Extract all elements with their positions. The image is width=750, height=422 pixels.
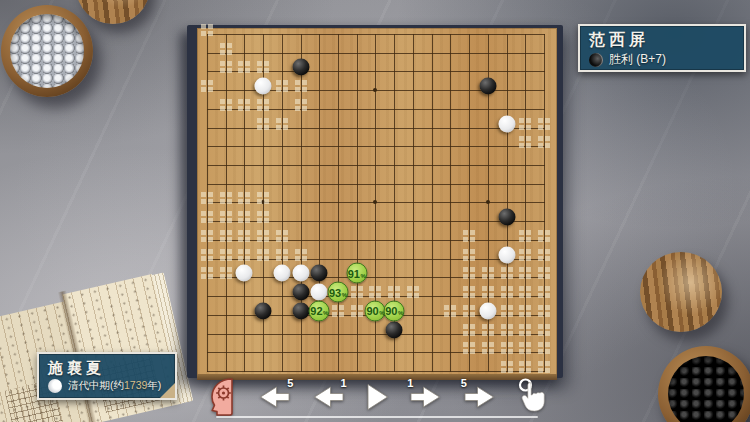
win-rate-badge[interactable]: 93%	[328, 282, 349, 303]
move-slider-track[interactable]	[216, 416, 538, 418]
expand-corner-icon[interactable]	[160, 383, 175, 398]
back-5-button[interactable]: 5	[257, 384, 291, 410]
ai-heat-mark	[482, 324, 487, 329]
ai-heat-mark	[220, 99, 225, 104]
ai-analysis-button[interactable]	[206, 377, 238, 417]
ai-heat-mark	[519, 249, 524, 254]
ai-heat-mark	[201, 24, 206, 29]
ai-heat-mark	[538, 324, 543, 329]
black-stone-icon	[589, 53, 603, 67]
ai-heat-mark	[238, 99, 243, 104]
ai-heat-mark	[201, 211, 206, 216]
ai-heat-mark	[220, 267, 225, 272]
step-count-label: 1	[341, 377, 347, 389]
ai-heat-mark	[332, 305, 337, 310]
ai-heat-mark	[519, 118, 524, 123]
arrow-right-icon	[409, 384, 443, 410]
white-stone-icon	[48, 379, 62, 393]
ai-heat-mark	[257, 99, 262, 104]
black-stone	[292, 284, 309, 301]
star-point	[261, 200, 265, 204]
star-point	[373, 200, 377, 204]
ai-heat-mark	[407, 286, 412, 291]
ai-heat-mark	[538, 286, 543, 291]
step-count-label: 1	[407, 377, 413, 389]
head-gear-icon	[206, 377, 238, 417]
ai-heat-mark	[351, 286, 356, 291]
black-stone	[311, 265, 328, 282]
ai-heat-mark	[463, 324, 468, 329]
ai-heat-mark	[220, 249, 225, 254]
player-name-white: 施襄夏	[48, 358, 166, 378]
ai-heat-mark	[519, 136, 524, 141]
white-stone	[311, 284, 328, 301]
ai-heat-mark	[257, 118, 262, 123]
ai-heat-mark	[538, 361, 543, 366]
play-button[interactable]	[364, 382, 390, 412]
ai-heat-mark	[482, 286, 487, 291]
step-count-label: 5	[287, 377, 293, 389]
ai-heat-mark	[220, 192, 225, 197]
white-stone	[255, 78, 272, 95]
win-rate-badge[interactable]: 90%	[384, 300, 405, 321]
ai-heat-mark	[519, 361, 524, 366]
black-stone	[498, 209, 515, 226]
step-count-label: 5	[461, 377, 467, 389]
tap-mode-button[interactable]	[516, 377, 546, 417]
black-stone	[386, 321, 403, 338]
black-stone	[255, 302, 272, 319]
ai-heat-mark	[295, 249, 300, 254]
ai-heat-mark	[501, 305, 506, 310]
ai-heat-mark	[538, 267, 543, 272]
ai-heat-mark	[220, 230, 225, 235]
ai-heat-mark	[257, 61, 262, 66]
player-name-black: 范西屏	[589, 30, 735, 50]
ai-heat-mark	[444, 305, 449, 310]
ai-heat-mark	[276, 249, 281, 254]
ai-heat-mark	[482, 342, 487, 347]
player-plate-white[interactable]: 施襄夏 清代中期(约1739年)	[37, 352, 177, 400]
go-board[interactable]: 91%93%92%90%90%	[197, 28, 557, 375]
era-text: 清代中期(约1739年)	[68, 379, 161, 393]
ai-heat-mark	[538, 118, 543, 123]
ai-heat-mark	[519, 342, 524, 347]
white-stone-bowl	[1, 5, 93, 97]
ai-heat-mark	[538, 249, 543, 254]
ai-heat-mark	[276, 230, 281, 235]
ai-heat-mark	[257, 192, 262, 197]
black-stone	[479, 78, 496, 95]
ai-heat-mark	[201, 80, 206, 85]
ai-heat-mark	[463, 286, 468, 291]
white-stone	[273, 265, 290, 282]
ai-heat-mark	[201, 192, 206, 197]
forward-5-button[interactable]: 5	[463, 384, 497, 410]
ai-heat-mark	[238, 61, 243, 66]
bowl-lid-top	[76, 0, 150, 24]
ai-heat-mark	[351, 305, 356, 310]
ai-heat-mark	[257, 211, 262, 216]
white-stones-pile	[10, 14, 84, 88]
ai-heat-mark	[538, 342, 543, 347]
ai-heat-mark	[276, 118, 281, 123]
ai-heat-mark	[519, 267, 524, 272]
bowl-lid-right	[640, 252, 722, 332]
ai-heat-mark	[220, 43, 225, 48]
ai-heat-mark	[220, 211, 225, 216]
white-stone	[479, 302, 496, 319]
ai-heat-mark	[501, 342, 506, 347]
ai-heat-mark	[257, 230, 262, 235]
player-plate-black: 范西屏 胜利 (B+7)	[578, 24, 746, 72]
black-stone-bowl	[658, 346, 750, 422]
ai-heat-mark	[238, 211, 243, 216]
ai-heat-mark	[201, 267, 206, 272]
ai-heat-mark	[257, 249, 262, 254]
ai-heat-mark	[238, 249, 243, 254]
ai-heat-mark	[238, 230, 243, 235]
white-stone	[292, 265, 309, 282]
ai-heat-mark	[538, 230, 543, 235]
ai-heat-mark	[201, 249, 206, 254]
ai-heat-mark	[295, 99, 300, 104]
white-stone	[236, 265, 253, 282]
ai-heat-mark	[501, 324, 506, 329]
ai-heat-mark	[538, 136, 543, 141]
ai-heat-mark	[463, 267, 468, 272]
ai-heat-mark	[295, 80, 300, 85]
ai-heat-mark	[369, 286, 374, 291]
ai-heat-mark	[482, 267, 487, 272]
ai-heat-mark	[519, 286, 524, 291]
back-1-button[interactable]: 1	[311, 384, 345, 410]
white-stone	[498, 246, 515, 263]
playback-controls: 5 1 1	[206, 378, 546, 416]
ai-heat-mark	[463, 342, 468, 347]
ai-heat-mark	[238, 192, 243, 197]
forward-1-button[interactable]: 1	[409, 384, 443, 410]
ai-heat-mark	[201, 230, 206, 235]
ai-heat-mark	[501, 361, 506, 366]
black-stone	[292, 302, 309, 319]
ai-heat-mark	[463, 305, 468, 310]
black-stone	[292, 59, 309, 76]
ai-heat-mark	[538, 305, 543, 310]
result-text: 胜利 (B+7)	[609, 51, 666, 68]
ai-heat-mark	[519, 230, 524, 235]
ai-heat-mark	[276, 80, 281, 85]
arrow-right-icon	[463, 384, 497, 410]
star-point	[486, 200, 490, 204]
tap-hand-icon	[516, 377, 546, 417]
win-rate-badge[interactable]: 91%	[346, 263, 367, 284]
black-stones-pile	[668, 356, 744, 422]
ai-heat-mark	[463, 230, 468, 235]
play-icon	[364, 382, 390, 412]
ai-heat-mark	[519, 305, 524, 310]
ai-heat-mark	[463, 249, 468, 254]
star-point	[373, 88, 377, 92]
game-screen: 91%93%92%90%90% 范西屏 胜利 (B+7) 施襄夏 清代中期(约1…	[0, 0, 750, 422]
board-grid[interactable]: 91%93%92%90%90%	[207, 34, 545, 372]
ai-heat-mark	[220, 61, 225, 66]
ai-heat-mark	[519, 324, 524, 329]
ai-heat-mark	[501, 286, 506, 291]
ai-heat-mark	[388, 286, 393, 291]
white-stone	[498, 115, 515, 132]
ai-heat-mark	[501, 267, 506, 272]
win-rate-badge[interactable]: 92%	[309, 300, 330, 321]
